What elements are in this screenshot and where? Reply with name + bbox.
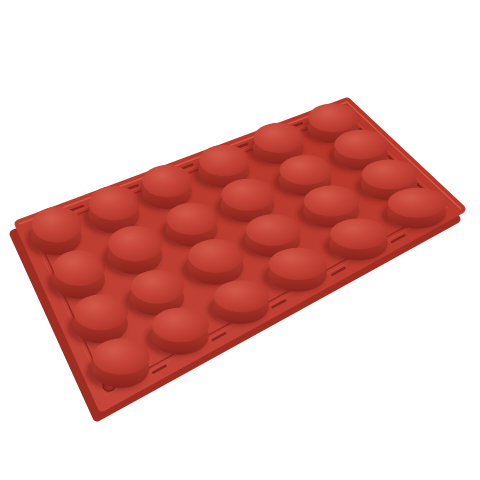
dome-top xyxy=(304,186,360,217)
dome-top xyxy=(199,145,250,176)
dome-top xyxy=(89,186,140,220)
dome-top xyxy=(214,280,269,312)
dome-top xyxy=(280,155,332,185)
dome-top xyxy=(246,214,301,245)
dome-top xyxy=(131,270,185,304)
dome-top xyxy=(330,218,388,249)
dome-top xyxy=(254,123,304,153)
dome-top xyxy=(53,250,105,286)
dome-top xyxy=(74,295,128,331)
dome-top xyxy=(167,203,218,235)
product-photo-canvas xyxy=(0,0,480,480)
dome-top xyxy=(92,339,149,375)
dome-top xyxy=(334,130,388,160)
dome-top xyxy=(221,179,274,211)
dome-top xyxy=(269,248,327,280)
dome-top xyxy=(362,160,418,190)
dome-top xyxy=(188,239,244,273)
dome-top xyxy=(32,207,82,243)
dome-top xyxy=(152,308,209,343)
dome-top xyxy=(108,226,162,261)
dome-top xyxy=(143,165,193,197)
dome-top xyxy=(308,103,358,132)
silicone-mold xyxy=(0,0,480,480)
dome-top xyxy=(388,188,447,218)
